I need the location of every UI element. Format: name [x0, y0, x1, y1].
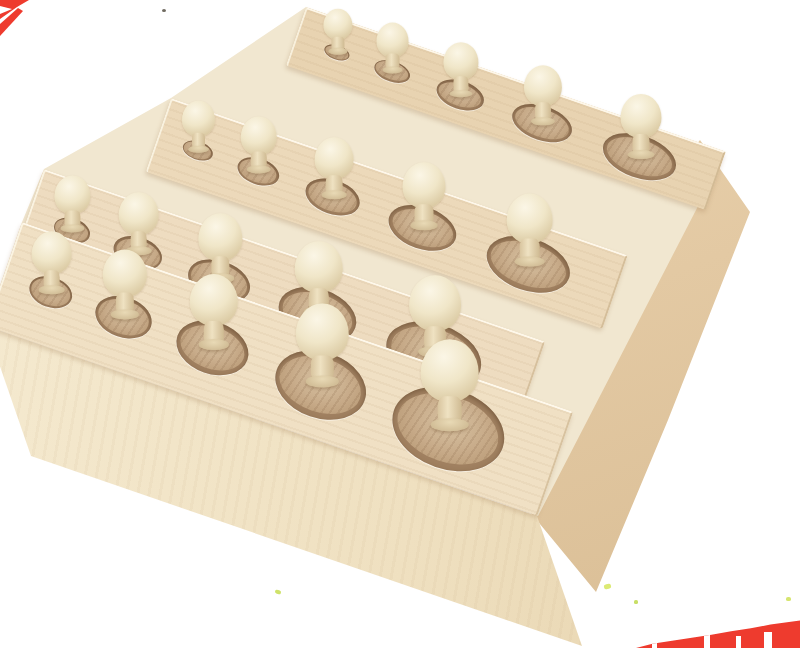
- knob-r1s3[interactable]: [443, 42, 478, 97]
- knob-r1s5[interactable]: [620, 94, 661, 159]
- product-photo-montessori-cylinder-blocks: [0, 0, 800, 648]
- knob-ball: [620, 94, 661, 138]
- knob-ball: [524, 65, 562, 106]
- banner-tick: [764, 632, 772, 648]
- knob-r2s5[interactable]: [507, 194, 553, 267]
- knob-base: [188, 145, 209, 152]
- red-watermark-banner: [636, 588, 800, 648]
- green-speck: [603, 583, 611, 590]
- knob-ball: [182, 100, 215, 136]
- knob-r3s1[interactable]: [54, 176, 90, 233]
- knob-ball: [402, 162, 445, 208]
- knob-r4s4[interactable]: [295, 303, 348, 387]
- knob-ball: [241, 117, 277, 156]
- knob-base: [515, 256, 544, 266]
- knob-ball: [119, 192, 159, 235]
- knob-r1s2[interactable]: [376, 23, 408, 74]
- knob-base: [410, 221, 438, 230]
- knob-ball: [295, 303, 348, 360]
- knob-ball: [32, 231, 72, 274]
- knob-ball: [314, 138, 353, 180]
- knob-ball: [190, 274, 238, 326]
- knob-ball: [409, 275, 461, 331]
- banner-tick: [736, 636, 741, 648]
- knob-ball: [443, 42, 478, 80]
- knob-r2s1[interactable]: [182, 100, 215, 152]
- knob-r2s3[interactable]: [314, 138, 353, 200]
- red-watermark-corner-icon: [0, 0, 48, 48]
- knob-r4s3[interactable]: [190, 274, 238, 350]
- green-speck: [634, 600, 638, 604]
- knob-base: [328, 48, 347, 54]
- green-speck: [786, 597, 791, 601]
- dust-speck: [162, 9, 166, 12]
- knob-r1s1[interactable]: [323, 9, 352, 55]
- knob-base: [627, 150, 653, 159]
- knob-r4s1[interactable]: [32, 231, 72, 294]
- knob-base: [198, 340, 229, 351]
- knob-base: [449, 89, 471, 97]
- knob-base: [39, 286, 65, 295]
- knob-base: [382, 66, 402, 73]
- knob-r4s5[interactable]: [421, 340, 479, 432]
- knob-base: [321, 191, 346, 200]
- knob-base: [247, 165, 270, 173]
- knob-ball: [295, 241, 343, 293]
- knob-base: [531, 117, 555, 125]
- knob-ball: [507, 194, 553, 244]
- banner-tick: [652, 638, 657, 648]
- banner-tick: [704, 634, 710, 648]
- knob-ball: [54, 176, 90, 215]
- knob-r3s2[interactable]: [119, 192, 159, 255]
- knob-base: [111, 310, 139, 320]
- knob-base: [305, 376, 339, 388]
- knob-r3s3[interactable]: [198, 214, 242, 284]
- knob-r2s2[interactable]: [241, 117, 277, 174]
- knob-r4s2[interactable]: [103, 250, 147, 320]
- knob-r1s4[interactable]: [524, 65, 562, 125]
- knob-ball: [198, 214, 242, 262]
- green-speck: [274, 589, 281, 595]
- knob-ball: [103, 250, 147, 298]
- knob-ball: [323, 9, 352, 40]
- knob-ball: [376, 23, 408, 58]
- knob-r2s4[interactable]: [402, 162, 445, 230]
- knob-base: [431, 418, 468, 431]
- knob-ball: [421, 340, 479, 403]
